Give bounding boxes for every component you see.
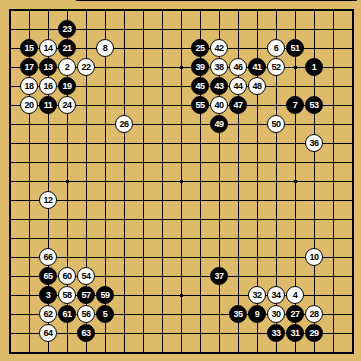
stone-white-26: 26 — [115, 115, 133, 133]
star-point — [66, 180, 69, 183]
stone-black-65: 65 — [39, 267, 57, 285]
stone-white-38: 38 — [210, 58, 228, 76]
stone-black-53: 53 — [305, 96, 323, 114]
stone-white-52: 52 — [267, 58, 285, 76]
stone-white-62: 62 — [39, 305, 57, 323]
stone-white-36: 36 — [305, 134, 323, 152]
stone-black-11: 11 — [39, 96, 57, 114]
stone-black-43: 43 — [210, 77, 228, 95]
stone-white-20: 20 — [20, 96, 38, 114]
stone-black-3: 3 — [39, 286, 57, 304]
stone-white-16: 16 — [39, 77, 57, 95]
stone-black-7: 7 — [286, 96, 304, 114]
stone-black-57: 57 — [77, 286, 95, 304]
stone-black-13: 13 — [39, 58, 57, 76]
stone-white-64: 64 — [39, 324, 57, 342]
stone-black-45: 45 — [191, 77, 209, 95]
stone-black-37: 37 — [210, 267, 228, 285]
stone-black-35: 35 — [229, 305, 247, 323]
stone-white-8: 8 — [96, 39, 114, 57]
stone-white-2: 2 — [58, 58, 76, 76]
stone-black-41: 41 — [248, 58, 266, 76]
top-edge-artifact-line — [76, 0, 357, 1]
stone-black-9: 9 — [248, 305, 266, 323]
stone-black-61: 61 — [58, 305, 76, 323]
stone-white-60: 60 — [58, 267, 76, 285]
stone-white-28: 28 — [305, 305, 323, 323]
stone-white-22: 22 — [77, 58, 95, 76]
stone-black-25: 25 — [191, 39, 209, 57]
stone-white-58: 58 — [58, 286, 76, 304]
stone-white-42: 42 — [210, 39, 228, 57]
stone-black-59: 59 — [96, 286, 114, 304]
star-point — [294, 66, 297, 69]
stone-white-50: 50 — [267, 115, 285, 133]
stone-black-21: 21 — [58, 39, 76, 57]
stone-black-17: 17 — [20, 58, 38, 76]
stone-white-32: 32 — [248, 286, 266, 304]
stone-black-55: 55 — [191, 96, 209, 114]
stone-black-39: 39 — [191, 58, 209, 76]
star-point — [180, 180, 183, 183]
stone-white-4: 4 — [286, 286, 304, 304]
stone-black-23: 23 — [58, 20, 76, 38]
stone-white-56: 56 — [77, 305, 95, 323]
stone-white-24: 24 — [58, 96, 76, 114]
star-point — [180, 294, 183, 297]
stone-black-19: 19 — [58, 77, 76, 95]
stone-black-47: 47 — [229, 96, 247, 114]
stone-white-18: 18 — [20, 77, 38, 95]
stone-black-27: 27 — [286, 305, 304, 323]
stone-black-63: 63 — [77, 324, 95, 342]
stone-black-49: 49 — [210, 115, 228, 133]
stone-white-44: 44 — [229, 77, 247, 95]
stone-black-5: 5 — [96, 305, 114, 323]
stone-white-40: 40 — [210, 96, 228, 114]
stone-white-66: 66 — [39, 248, 57, 266]
stone-black-1: 1 — [305, 58, 323, 76]
stone-black-31: 31 — [286, 324, 304, 342]
stone-white-10: 10 — [305, 248, 323, 266]
stone-white-30: 30 — [267, 305, 285, 323]
stone-black-51: 51 — [286, 39, 304, 57]
stone-black-15: 15 — [20, 39, 38, 57]
star-point — [180, 66, 183, 69]
stone-black-29: 29 — [305, 324, 323, 342]
stone-white-48: 48 — [248, 77, 266, 95]
go-board[interactable]: 1234567891011121314151617181920212223242… — [0, 0, 361, 361]
stone-white-34: 34 — [267, 286, 285, 304]
stone-white-54: 54 — [77, 267, 95, 285]
stone-white-14: 14 — [39, 39, 57, 57]
stone-white-6: 6 — [267, 39, 285, 57]
stone-black-33: 33 — [267, 324, 285, 342]
stone-white-12: 12 — [39, 191, 57, 209]
stone-white-46: 46 — [229, 58, 247, 76]
star-point — [294, 180, 297, 183]
